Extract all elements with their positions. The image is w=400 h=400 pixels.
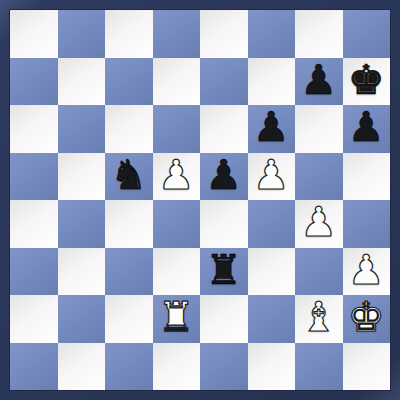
square-b8[interactable]: [58, 10, 106, 58]
square-b6[interactable]: [58, 105, 106, 153]
piece-white-bishop-g2[interactable]: ♝: [300, 297, 337, 338]
square-f5[interactable]: ♟: [248, 153, 296, 201]
square-f7[interactable]: [248, 58, 296, 106]
square-f6[interactable]: ♟: [248, 105, 296, 153]
piece-black-pawn-f6[interactable]: ♟: [253, 107, 290, 148]
square-b7[interactable]: [58, 58, 106, 106]
square-h8[interactable]: [343, 10, 391, 58]
square-f2[interactable]: [248, 295, 296, 343]
square-h5[interactable]: [343, 153, 391, 201]
square-b5[interactable]: [58, 153, 106, 201]
square-a2[interactable]: [10, 295, 58, 343]
piece-black-knight-c5[interactable]: ♞: [110, 155, 147, 196]
square-c2[interactable]: [105, 295, 153, 343]
square-a5[interactable]: [10, 153, 58, 201]
square-a8[interactable]: [10, 10, 58, 58]
square-h7[interactable]: ♚: [343, 58, 391, 106]
board-frame: ♟♚♟♟♞♟♟♟♟♜♟♜♝♚: [0, 0, 400, 400]
square-g2[interactable]: ♝: [295, 295, 343, 343]
square-b3[interactable]: [58, 248, 106, 296]
square-g3[interactable]: [295, 248, 343, 296]
square-f3[interactable]: [248, 248, 296, 296]
square-c7[interactable]: [105, 58, 153, 106]
square-e5[interactable]: ♟: [200, 153, 248, 201]
piece-white-rook-d2[interactable]: ♜: [158, 297, 195, 338]
square-f8[interactable]: [248, 10, 296, 58]
square-c6[interactable]: [105, 105, 153, 153]
piece-black-pawn-h6[interactable]: ♟: [348, 107, 385, 148]
piece-white-pawn-g4[interactable]: ♟: [300, 202, 337, 243]
piece-white-king-h2[interactable]: ♚: [348, 297, 385, 338]
square-e1[interactable]: [200, 343, 248, 391]
square-g5[interactable]: [295, 153, 343, 201]
square-g8[interactable]: [295, 10, 343, 58]
square-e4[interactable]: [200, 200, 248, 248]
piece-black-king-h7[interactable]: ♚: [348, 60, 385, 101]
square-c8[interactable]: [105, 10, 153, 58]
square-g7[interactable]: ♟: [295, 58, 343, 106]
square-h4[interactable]: [343, 200, 391, 248]
square-d5[interactable]: ♟: [153, 153, 201, 201]
square-g1[interactable]: [295, 343, 343, 391]
square-d4[interactable]: [153, 200, 201, 248]
square-d1[interactable]: [153, 343, 201, 391]
square-e7[interactable]: [200, 58, 248, 106]
square-d8[interactable]: [153, 10, 201, 58]
piece-black-rook-e3[interactable]: ♜: [205, 250, 242, 291]
piece-white-pawn-d5[interactable]: ♟: [158, 155, 195, 196]
square-c3[interactable]: [105, 248, 153, 296]
square-h6[interactable]: ♟: [343, 105, 391, 153]
square-b4[interactable]: [58, 200, 106, 248]
square-e3[interactable]: ♜: [200, 248, 248, 296]
piece-black-pawn-e5[interactable]: ♟: [205, 155, 242, 196]
square-a4[interactable]: [10, 200, 58, 248]
piece-white-pawn-h3[interactable]: ♟: [348, 250, 385, 291]
piece-black-pawn-g7[interactable]: ♟: [300, 60, 337, 101]
square-a6[interactable]: [10, 105, 58, 153]
square-f1[interactable]: [248, 343, 296, 391]
square-d3[interactable]: [153, 248, 201, 296]
square-g4[interactable]: ♟: [295, 200, 343, 248]
square-h1[interactable]: [343, 343, 391, 391]
square-h3[interactable]: ♟: [343, 248, 391, 296]
square-b1[interactable]: [58, 343, 106, 391]
square-a1[interactable]: [10, 343, 58, 391]
square-a7[interactable]: [10, 58, 58, 106]
square-h2[interactable]: ♚: [343, 295, 391, 343]
square-c1[interactable]: [105, 343, 153, 391]
square-e2[interactable]: [200, 295, 248, 343]
square-f4[interactable]: [248, 200, 296, 248]
piece-white-pawn-f5[interactable]: ♟: [253, 155, 290, 196]
square-c4[interactable]: [105, 200, 153, 248]
square-d2[interactable]: ♜: [153, 295, 201, 343]
square-b2[interactable]: [58, 295, 106, 343]
square-g6[interactable]: [295, 105, 343, 153]
square-d7[interactable]: [153, 58, 201, 106]
square-a3[interactable]: [10, 248, 58, 296]
square-e6[interactable]: [200, 105, 248, 153]
square-d6[interactable]: [153, 105, 201, 153]
square-c5[interactable]: ♞: [105, 153, 153, 201]
chess-board: ♟♚♟♟♞♟♟♟♟♜♟♜♝♚: [10, 10, 390, 390]
square-e8[interactable]: [200, 10, 248, 58]
